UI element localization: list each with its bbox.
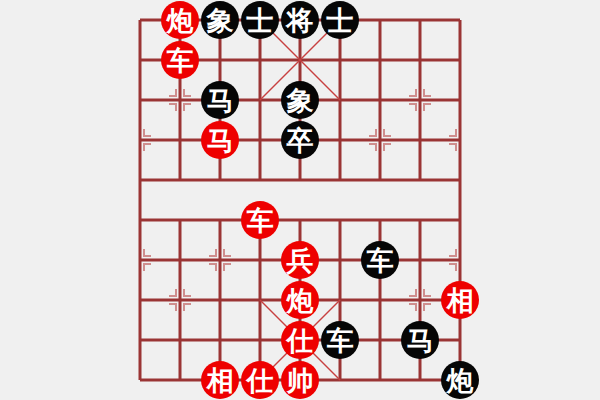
piece-red-general[interactable]: 帅 bbox=[281, 361, 319, 399]
piece-red-chariot[interactable]: 车 bbox=[241, 201, 279, 239]
piece-black-soldier[interactable]: 卒 bbox=[281, 121, 319, 159]
piece-black-general[interactable]: 将 bbox=[281, 1, 319, 39]
piece-red-cannon[interactable]: 炮 bbox=[281, 281, 319, 319]
piece-black-horse[interactable]: 马 bbox=[201, 81, 239, 119]
piece-black-advisor[interactable]: 士 bbox=[321, 1, 359, 39]
piece-red-horse[interactable]: 马 bbox=[201, 121, 239, 159]
pieces-layer: 炮车马车兵炮相仕相仕帅象士将士马象卒车车马炮 bbox=[0, 0, 600, 400]
piece-red-chariot[interactable]: 车 bbox=[161, 41, 199, 79]
piece-red-cannon[interactable]: 炮 bbox=[161, 1, 199, 39]
piece-red-advisor[interactable]: 仕 bbox=[241, 361, 279, 399]
piece-black-elephant[interactable]: 象 bbox=[281, 81, 319, 119]
piece-black-horse[interactable]: 马 bbox=[401, 321, 439, 359]
piece-red-advisor[interactable]: 仕 bbox=[281, 321, 319, 359]
piece-black-chariot[interactable]: 车 bbox=[321, 321, 359, 359]
piece-black-cannon[interactable]: 炮 bbox=[441, 361, 479, 399]
piece-red-elephant[interactable]: 相 bbox=[201, 361, 239, 399]
piece-red-soldier[interactable]: 兵 bbox=[281, 241, 319, 279]
piece-black-chariot[interactable]: 车 bbox=[361, 241, 399, 279]
piece-black-elephant[interactable]: 象 bbox=[201, 1, 239, 39]
piece-black-advisor[interactable]: 士 bbox=[241, 1, 279, 39]
piece-red-elephant[interactable]: 相 bbox=[441, 281, 479, 319]
xiangqi-board: 炮车马车兵炮相仕相仕帅象士将士马象卒车车马炮 bbox=[0, 0, 600, 400]
